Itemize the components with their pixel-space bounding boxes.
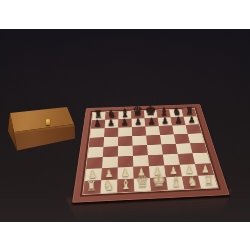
piece-white-rook[interactable]: ♜ bbox=[83, 180, 101, 194]
square-g4[interactable] bbox=[176, 143, 193, 154]
square-f7[interactable]: ♟ bbox=[158, 117, 173, 126]
square-e7[interactable]: ♟ bbox=[145, 118, 159, 127]
square-b7[interactable]: ♟ bbox=[105, 119, 119, 128]
board-grid: ♜♞♝♛♚♝♞♜♟♟♟♟♟♟♟♟♟♟♟♟♟♟♟♟♜♞♝♛♚♝♞♜ bbox=[82, 108, 219, 195]
square-c3[interactable] bbox=[118, 156, 134, 168]
square-a3[interactable] bbox=[86, 157, 102, 169]
square-e5[interactable] bbox=[146, 135, 161, 145]
square-a4[interactable] bbox=[88, 147, 104, 158]
piece-black-pawn[interactable]: ♟ bbox=[118, 118, 132, 127]
square-e1[interactable]: ♚ bbox=[150, 177, 168, 191]
square-b4[interactable] bbox=[103, 146, 118, 157]
square-a5[interactable] bbox=[89, 137, 104, 147]
square-f1[interactable]: ♝ bbox=[166, 176, 184, 189]
square-e6[interactable] bbox=[145, 126, 160, 135]
square-e4[interactable] bbox=[147, 144, 163, 155]
board-scene: ♜♞♝♛♚♝♞♜♟♟♟♟♟♟♟♟♟♟♟♟♟♟♟♟♜♞♝♛♚♝♞♜ bbox=[0, 29, 250, 222]
square-d1[interactable]: ♛ bbox=[134, 178, 151, 192]
piece-black-pawn[interactable]: ♟ bbox=[172, 116, 186, 125]
letterbox-top bbox=[0, 0, 250, 29]
square-b3[interactable] bbox=[102, 156, 118, 168]
square-h1[interactable]: ♜ bbox=[198, 175, 218, 188]
chess-board: ♜♞♝♛♚♝♞♜♟♟♟♟♟♟♟♟♟♟♟♟♟♟♟♟♜♞♝♛♚♝♞♜ bbox=[72, 104, 230, 203]
square-c4[interactable] bbox=[118, 146, 133, 157]
piece-black-pawn[interactable]: ♟ bbox=[145, 117, 159, 126]
square-g7[interactable]: ♟ bbox=[171, 117, 186, 126]
square-d3[interactable] bbox=[133, 155, 149, 167]
square-b6[interactable] bbox=[104, 128, 118, 138]
piece-black-pawn[interactable]: ♟ bbox=[131, 117, 145, 126]
square-h5[interactable] bbox=[188, 133, 205, 143]
piece-white-queen[interactable]: ♛ bbox=[134, 174, 151, 191]
square-d7[interactable]: ♟ bbox=[132, 118, 146, 127]
piece-black-pawn[interactable]: ♟ bbox=[158, 116, 172, 125]
letterbox-bottom bbox=[0, 222, 250, 250]
square-c5[interactable] bbox=[118, 136, 133, 146]
square-h4[interactable] bbox=[190, 143, 207, 154]
piece-white-bishop[interactable]: ♝ bbox=[117, 177, 135, 192]
piece-white-rook[interactable]: ♜ bbox=[201, 174, 218, 188]
square-b1[interactable]: ♞ bbox=[100, 180, 117, 194]
piece-black-pawn[interactable]: ♟ bbox=[91, 119, 105, 128]
square-e3[interactable] bbox=[148, 155, 164, 167]
square-c7[interactable]: ♟ bbox=[118, 119, 132, 128]
piece-white-knight[interactable]: ♞ bbox=[100, 179, 118, 193]
piece-white-king[interactable]: ♚ bbox=[150, 172, 167, 190]
piece-black-pawn[interactable]: ♟ bbox=[104, 118, 118, 127]
square-d5[interactable] bbox=[132, 135, 147, 145]
piece-white-knight[interactable]: ♞ bbox=[184, 175, 201, 189]
square-h7[interactable]: ♟ bbox=[184, 116, 199, 125]
square-b5[interactable] bbox=[103, 137, 118, 147]
square-g1[interactable]: ♞ bbox=[182, 176, 201, 189]
photo-background: ♜♞♝♛♚♝♞♜♟♟♟♟♟♟♟♟♟♟♟♟♟♟♟♟♜♞♝♛♚♝♞♜ bbox=[0, 29, 250, 222]
square-d4[interactable] bbox=[133, 145, 148, 156]
square-a1[interactable]: ♜ bbox=[83, 180, 101, 194]
square-a7[interactable]: ♟ bbox=[91, 120, 105, 129]
square-c1[interactable]: ♝ bbox=[117, 179, 134, 193]
piece-white-bishop[interactable]: ♝ bbox=[167, 175, 184, 190]
piece-black-pawn[interactable]: ♟ bbox=[185, 115, 199, 124]
